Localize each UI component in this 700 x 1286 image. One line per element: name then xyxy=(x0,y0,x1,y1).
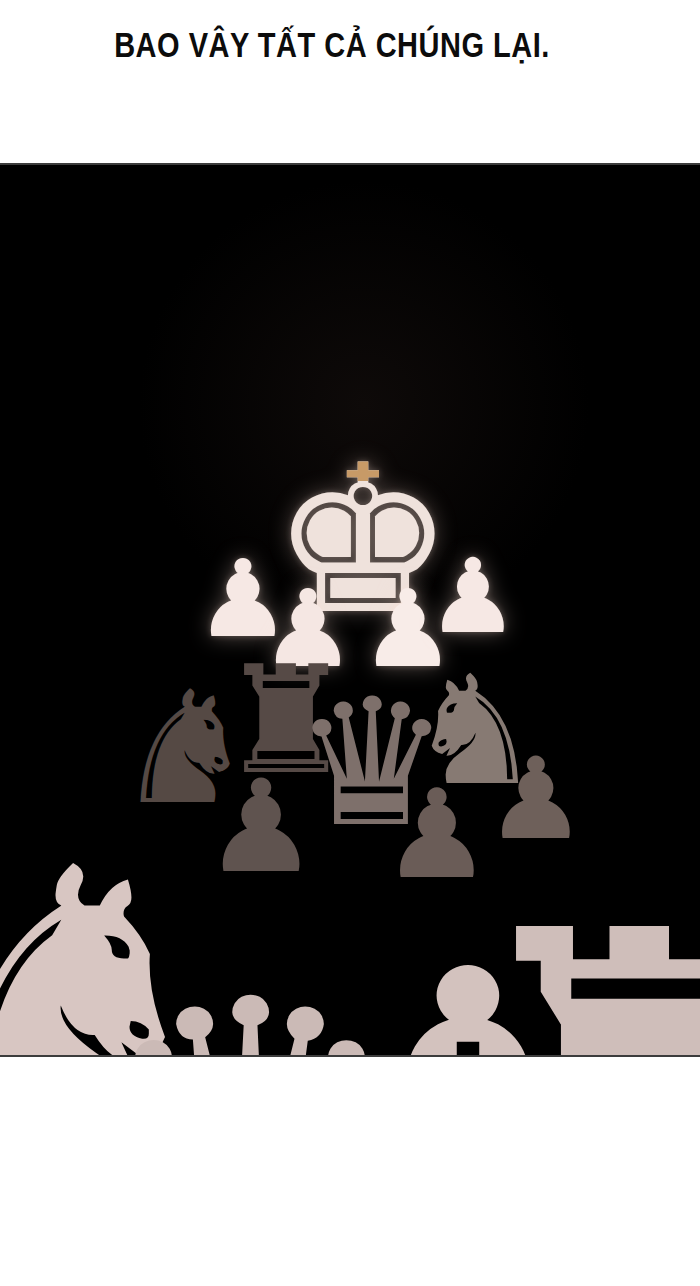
chess-scene-panel: ♚♚♟♟♟♟♞♜♛♞♟♟♟♞♛♝♜ xyxy=(0,163,700,1057)
white-pawn-outer-right: ♟ xyxy=(427,545,519,648)
comic-page: BAO VÂY TẤT CẢ CHÚNG LẠI. ♚♚♟♟♟♟♞♜♛♞♟♟♟♞… xyxy=(0,0,700,1286)
foreground-bishop: ♝ xyxy=(293,920,643,1057)
caption-text: BAO VÂY TẤT CẢ CHÚNG LẠI. xyxy=(0,26,682,65)
